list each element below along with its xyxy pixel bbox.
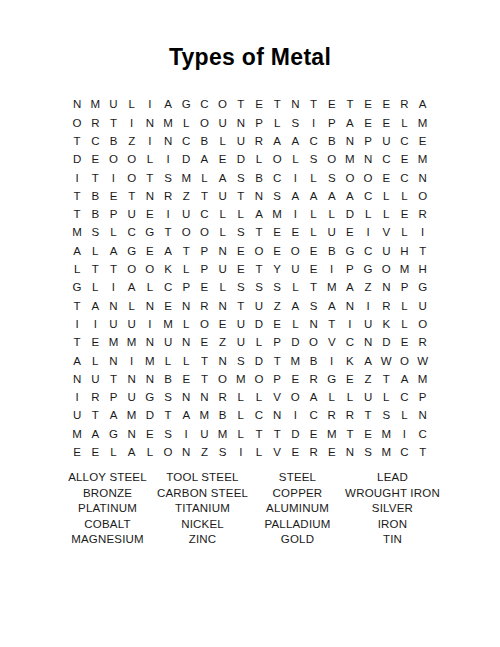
grid-cell: G	[68, 279, 86, 297]
grid-cell: L	[214, 224, 232, 242]
grid-cell: E	[304, 425, 322, 443]
grid-cell: O	[414, 187, 432, 205]
grid-cell: C	[177, 133, 195, 151]
grid-cell: L	[268, 114, 286, 132]
grid-cell: U	[123, 389, 141, 407]
grid-cell: K	[377, 316, 395, 334]
grid-cell: T	[250, 224, 268, 242]
word-list-item: PALLADIUM	[250, 517, 345, 533]
grid-cell: L	[177, 114, 195, 132]
grid-cell: N	[177, 297, 195, 315]
grid-cell: P	[195, 261, 213, 279]
grid-cell: I	[141, 133, 159, 151]
grid-cell: M	[377, 444, 395, 462]
grid-cell: Z	[214, 334, 232, 352]
grid-cell: L	[341, 389, 359, 407]
grid-cell: E	[250, 96, 268, 114]
grid-cell: R	[304, 370, 322, 388]
grid-cell: B	[304, 352, 322, 370]
grid-cell: E	[214, 151, 232, 169]
grid-cell: C	[395, 133, 413, 151]
grid-cell: D	[141, 407, 159, 425]
grid-cell: I	[141, 96, 159, 114]
grid-cell: I	[286, 169, 304, 187]
grid-cell: R	[250, 133, 268, 151]
grid-cell: A	[304, 187, 322, 205]
grid-cell: I	[177, 425, 195, 443]
word-list-item: LEAD	[345, 470, 440, 486]
grid-cell: A	[341, 187, 359, 205]
grid-cell: B	[104, 133, 122, 151]
grid-cell: P	[268, 334, 286, 352]
grid-cell: E	[268, 242, 286, 260]
grid-cell: I	[68, 169, 86, 187]
grid-cell: L	[123, 96, 141, 114]
grid-cell: A	[286, 133, 304, 151]
grid-cell: M	[286, 352, 304, 370]
word-list-item: CARBON STEEL	[155, 486, 250, 502]
grid-cell: L	[359, 206, 377, 224]
grid-cell: T	[86, 261, 104, 279]
grid-cell: A	[341, 279, 359, 297]
grid-cell: E	[195, 279, 213, 297]
grid-cell: O	[214, 96, 232, 114]
grid-cell: T	[250, 425, 268, 443]
grid-cell: S	[304, 151, 322, 169]
grid-cell: N	[214, 297, 232, 315]
grid-cell: N	[232, 114, 250, 132]
grid-cell: C	[359, 187, 377, 205]
grid-cell: O	[104, 151, 122, 169]
grid-cell: E	[86, 151, 104, 169]
grid-cell: A	[268, 133, 286, 151]
grid-cell: I	[304, 114, 322, 132]
grid-cell: A	[123, 444, 141, 462]
grid-cell: U	[177, 206, 195, 224]
grid-cell: T	[268, 96, 286, 114]
grid-cell: L	[395, 407, 413, 425]
grid-cell: U	[414, 297, 432, 315]
grid-cell: C	[341, 334, 359, 352]
grid-cell: L	[304, 206, 322, 224]
word-list-item: ALUMINUM	[250, 501, 345, 517]
grid-cell: T	[268, 352, 286, 370]
grid-cell: A	[159, 242, 177, 260]
grid-cell: L	[232, 206, 250, 224]
grid-cell: U	[377, 133, 395, 151]
grid-cell: G	[414, 279, 432, 297]
grid-cell: O	[359, 169, 377, 187]
grid-cell: O	[123, 261, 141, 279]
grid-cell: U	[214, 114, 232, 132]
grid-cell: O	[286, 242, 304, 260]
grid-cell: B	[86, 187, 104, 205]
grid-cell: I	[86, 316, 104, 334]
word-list-item: COBALT	[60, 517, 155, 533]
grid-cell: L	[323, 389, 341, 407]
grid-cell: L	[395, 297, 413, 315]
grid-cell: M	[104, 334, 122, 352]
grid-cell: E	[377, 114, 395, 132]
grid-cell: I	[359, 297, 377, 315]
grid-cell: I	[123, 352, 141, 370]
grid-cell: L	[304, 224, 322, 242]
grid-cell: Z	[195, 444, 213, 462]
grid-cell: O	[177, 224, 195, 242]
grid-cell: N	[286, 96, 304, 114]
grid-cell: O	[214, 370, 232, 388]
grid-cell: E	[177, 370, 195, 388]
grid-cell: N	[341, 133, 359, 151]
grid-cell: E	[86, 334, 104, 352]
grid-cell: C	[395, 169, 413, 187]
grid-cell: R	[414, 206, 432, 224]
grid-cell: N	[104, 297, 122, 315]
grid-cell: B	[323, 133, 341, 151]
grid-cell: M	[123, 407, 141, 425]
grid-cell: O	[304, 334, 322, 352]
grid-cell: E	[377, 169, 395, 187]
word-list: ALLOY STEELBRONZEPLATINUMCOBALTMAGNESIUM…	[60, 470, 440, 548]
grid-cell: D	[68, 151, 86, 169]
grid-cell: E	[86, 444, 104, 462]
grid-cell: T	[232, 96, 250, 114]
grid-cell: L	[323, 206, 341, 224]
grid-cell: I	[104, 169, 122, 187]
grid-cell: G	[123, 242, 141, 260]
grid-cell: E	[232, 242, 250, 260]
grid-cell: O	[395, 352, 413, 370]
grid-cell: L	[104, 444, 122, 462]
grid-cell: L	[304, 169, 322, 187]
grid-cell: R	[214, 389, 232, 407]
grid-cell: R	[86, 389, 104, 407]
grid-cell: E	[195, 334, 213, 352]
grid-cell: C	[159, 279, 177, 297]
grid-cell: M	[68, 425, 86, 443]
grid-cell: L	[141, 151, 159, 169]
grid-cell: C	[395, 389, 413, 407]
grid-cell: U	[104, 316, 122, 334]
grid-cell: V	[268, 389, 286, 407]
grid-cell: P	[195, 242, 213, 260]
grid-cell: I	[159, 206, 177, 224]
grid-cell: M	[414, 370, 432, 388]
grid-cell: M	[159, 114, 177, 132]
grid-cell: M	[395, 261, 413, 279]
grid-cell: C	[414, 425, 432, 443]
grid-cell: S	[304, 297, 322, 315]
grid-cell: C	[377, 151, 395, 169]
grid-cell: L	[395, 316, 413, 334]
grid-cell: A	[86, 425, 104, 443]
grid-cell: M	[141, 352, 159, 370]
grid-cell: E	[341, 370, 359, 388]
word-list-item: NICKEL	[155, 517, 250, 533]
grid-cell: S	[268, 187, 286, 205]
grid-cell: E	[304, 261, 322, 279]
grid-cell: S	[232, 279, 250, 297]
grid-cell: N	[341, 297, 359, 315]
grid-cell: L	[86, 352, 104, 370]
grid-cell: S	[232, 224, 250, 242]
grid-cell: L	[104, 224, 122, 242]
grid-cell: E	[359, 114, 377, 132]
grid-cell: H	[414, 261, 432, 279]
grid-cell: A	[286, 297, 304, 315]
grid-cell: M	[195, 407, 213, 425]
grid-cell: C	[195, 206, 213, 224]
grid-cell: R	[195, 297, 213, 315]
grid-cell: M	[377, 425, 395, 443]
grid-cell: T	[232, 187, 250, 205]
grid-cell: C	[86, 133, 104, 151]
grid-cell: L	[377, 206, 395, 224]
grid-cell: A	[195, 151, 213, 169]
grid-cell: O	[123, 151, 141, 169]
grid-cell: P	[177, 279, 195, 297]
grid-cell: E	[104, 187, 122, 205]
grid-cell: N	[268, 407, 286, 425]
word-list-item: STEEL	[250, 470, 345, 486]
grid-cell: R	[377, 297, 395, 315]
grid-cell: T	[177, 242, 195, 260]
grid-cell: T	[323, 316, 341, 334]
grid-cell: C	[304, 407, 322, 425]
grid-cell: U	[377, 242, 395, 260]
grid-cell: P	[250, 114, 268, 132]
grid-cell: T	[86, 169, 104, 187]
grid-cell: D	[377, 334, 395, 352]
grid-cell: O	[123, 169, 141, 187]
grid-cell: D	[286, 334, 304, 352]
grid-cell: M	[323, 279, 341, 297]
grid-cell: M	[214, 425, 232, 443]
grid-cell: S	[250, 279, 268, 297]
grid-cell: C	[123, 224, 141, 242]
grid-cell: L	[214, 279, 232, 297]
grid-cell: O	[195, 224, 213, 242]
grid-cell: N	[68, 96, 86, 114]
grid-cell: I	[323, 352, 341, 370]
grid-cell: M	[414, 151, 432, 169]
grid-cell: E	[377, 96, 395, 114]
grid-cell: U	[359, 316, 377, 334]
grid-cell: L	[195, 169, 213, 187]
grid-cell: G	[359, 261, 377, 279]
grid-cell: S	[286, 114, 304, 132]
grid-cell: T	[68, 297, 86, 315]
grid-cell: I	[68, 316, 86, 334]
grid-cell: E	[341, 224, 359, 242]
grid-cell: Z	[359, 279, 377, 297]
word-list-item: COPPER	[250, 486, 345, 502]
grid-cell: P	[395, 279, 413, 297]
grid-cell: U	[250, 297, 268, 315]
grid-cell: T	[195, 370, 213, 388]
grid-cell: S	[159, 425, 177, 443]
grid-cell: O	[195, 114, 213, 132]
grid-cell: H	[395, 242, 413, 260]
grid-cell: L	[395, 224, 413, 242]
grid-cell: M	[341, 151, 359, 169]
grid-cell: O	[159, 444, 177, 462]
grid-cell: W	[377, 352, 395, 370]
grid-cell: N	[141, 370, 159, 388]
grid-cell: L	[286, 316, 304, 334]
grid-cell: I	[414, 224, 432, 242]
grid-cell: I	[159, 151, 177, 169]
grid-cell: R	[323, 407, 341, 425]
grid-cell: E	[286, 370, 304, 388]
grid-cell: G	[104, 425, 122, 443]
grid-cell: P	[104, 206, 122, 224]
grid-cell: E	[232, 261, 250, 279]
grid-cell: L	[250, 151, 268, 169]
grid-cell: I	[286, 407, 304, 425]
grid-cell: A	[304, 389, 322, 407]
grid-cell: C	[195, 96, 213, 114]
grid-cell: N	[414, 169, 432, 187]
grid-cell: C	[268, 169, 286, 187]
grid-cell: U	[214, 187, 232, 205]
grid-cell: G	[141, 224, 159, 242]
grid-cell: E	[268, 316, 286, 334]
grid-cell: T	[304, 279, 322, 297]
grid-cell: A	[395, 370, 413, 388]
grid-cell: O	[141, 261, 159, 279]
grid-cell: L	[177, 316, 195, 334]
grid-cell: P	[268, 370, 286, 388]
grid-cell: R	[86, 114, 104, 132]
grid-cell: T	[341, 96, 359, 114]
grid-cell: R	[304, 444, 322, 462]
grid-cell: O	[195, 316, 213, 334]
grid-cell: L	[159, 352, 177, 370]
grid-cell: T	[377, 370, 395, 388]
grid-cell: L	[86, 242, 104, 260]
grid-cell: L	[377, 389, 395, 407]
grid-cell: T	[304, 96, 322, 114]
grid-cell: P	[323, 114, 341, 132]
grid-cell: I	[359, 224, 377, 242]
grid-cell: E	[159, 297, 177, 315]
grid-cell: E	[395, 334, 413, 352]
grid-cell: E	[395, 206, 413, 224]
grid-cell: A	[177, 407, 195, 425]
grid-cell: S	[159, 389, 177, 407]
grid-cell: N	[250, 187, 268, 205]
grid-cell: L	[68, 261, 86, 279]
grid-cell: I	[395, 425, 413, 443]
grid-cell: U	[195, 425, 213, 443]
grid-cell: L	[395, 114, 413, 132]
word-list-item: TITANIUM	[155, 501, 250, 517]
grid-cell: I	[341, 316, 359, 334]
grid-cell: D	[250, 316, 268, 334]
grid-cell: O	[323, 151, 341, 169]
grid-cell: I	[286, 206, 304, 224]
grid-cell: O	[250, 370, 268, 388]
grid-cell: A	[68, 242, 86, 260]
grid-cell: V	[268, 444, 286, 462]
grid-cell: N	[141, 114, 159, 132]
grid-cell: T	[195, 352, 213, 370]
grid-cell: P	[359, 133, 377, 151]
grid-cell: U	[323, 224, 341, 242]
grid-cell: T	[104, 370, 122, 388]
grid-cell: N	[177, 444, 195, 462]
grid-cell: S	[323, 169, 341, 187]
grid-cell: Z	[268, 297, 286, 315]
grid-cell: M	[177, 169, 195, 187]
grid-cell: T	[359, 407, 377, 425]
grid-cell: M	[159, 316, 177, 334]
grid-cell: W	[414, 352, 432, 370]
grid-cell: U	[68, 407, 86, 425]
grid-cell: E	[359, 96, 377, 114]
grid-cell: L	[232, 389, 250, 407]
grid-cell: O	[68, 114, 86, 132]
grid-cell: B	[86, 206, 104, 224]
grid-cell: S	[232, 169, 250, 187]
puzzle-title: Types of Metal	[0, 44, 500, 71]
grid-cell: A	[286, 187, 304, 205]
grid-cell: S	[214, 444, 232, 462]
word-list-item: BRONZE	[60, 486, 155, 502]
grid-cell: B	[250, 169, 268, 187]
grid-cell: N	[341, 444, 359, 462]
grid-cell: B	[323, 242, 341, 260]
word-list-item: MAGNESIUM	[60, 532, 155, 548]
grid-cell: L	[214, 206, 232, 224]
grid-cell: T	[104, 114, 122, 132]
grid-cell: D	[250, 352, 268, 370]
grid-cell: N	[177, 334, 195, 352]
grid-cell: E	[286, 224, 304, 242]
grid-cell: E	[141, 242, 159, 260]
grid-cell: E	[141, 425, 159, 443]
grid-cell: E	[68, 444, 86, 462]
word-list-item: PLATINUM	[60, 501, 155, 517]
grid-cell: I	[232, 444, 250, 462]
grid-cell: L	[123, 297, 141, 315]
grid-cell: T	[414, 242, 432, 260]
grid-cell: U	[232, 133, 250, 151]
word-list-item: ALLOY STEEL	[60, 470, 155, 486]
grid-cell: N	[141, 187, 159, 205]
grid-cell: T	[141, 169, 159, 187]
word-list-item: ZINC	[155, 532, 250, 548]
grid-cell: P	[104, 389, 122, 407]
grid-cell: Y	[268, 261, 286, 279]
grid-cell: E	[323, 444, 341, 462]
grid-cell: A	[359, 352, 377, 370]
grid-cell: T	[414, 444, 432, 462]
grid-cell: Z	[123, 133, 141, 151]
grid-cell: U	[104, 96, 122, 114]
grid-cell: M	[86, 96, 104, 114]
grid-cell: S	[86, 224, 104, 242]
grid-cell: L	[232, 425, 250, 443]
grid-cell: N	[359, 334, 377, 352]
grid-cell: U	[214, 261, 232, 279]
grid-cell: N	[141, 297, 159, 315]
grid-cell: D	[341, 206, 359, 224]
grid-cell: M	[232, 370, 250, 388]
grid-cell: V	[377, 224, 395, 242]
grid-cell: L	[286, 279, 304, 297]
